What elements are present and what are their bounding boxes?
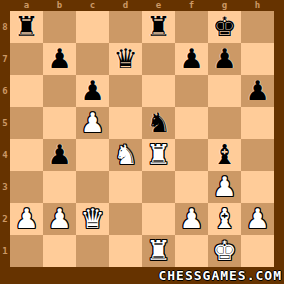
rank-label-4: 4 <box>0 139 10 171</box>
piece-white-pawn-h2[interactable]: ♟ <box>245 205 269 232</box>
file-label-f: f <box>175 0 208 11</box>
square-d2[interactable] <box>109 203 142 235</box>
square-b6[interactable] <box>43 75 76 107</box>
square-a5[interactable] <box>10 107 43 139</box>
square-e5[interactable]: ♞ <box>142 107 175 139</box>
square-h2[interactable]: ♟ <box>241 203 274 235</box>
piece-white-rook-e4[interactable]: ♜ <box>146 141 170 168</box>
file-label-c: c <box>76 0 109 11</box>
rank-label-3: 3 <box>0 171 10 203</box>
piece-black-king-g8[interactable]: ♚ <box>212 13 236 40</box>
file-label-h: h <box>241 0 274 11</box>
chess-board: ♜♜♚♟♛♟♟♟♟♟♞♟♞♜♝♟♟♟♛♟♝♟♜♚ <box>10 11 274 267</box>
square-d3[interactable] <box>109 171 142 203</box>
square-f5[interactable] <box>175 107 208 139</box>
piece-white-pawn-g3[interactable]: ♟ <box>212 173 236 200</box>
piece-black-pawn-b4[interactable]: ♟ <box>47 141 71 168</box>
square-f6[interactable] <box>175 75 208 107</box>
square-f1[interactable] <box>175 235 208 267</box>
square-e6[interactable] <box>142 75 175 107</box>
piece-white-queen-c2[interactable]: ♛ <box>80 205 104 232</box>
square-b5[interactable] <box>43 107 76 139</box>
piece-black-pawn-h6[interactable]: ♟ <box>245 77 269 104</box>
square-e7[interactable] <box>142 43 175 75</box>
square-c6[interactable]: ♟ <box>76 75 109 107</box>
file-label-e: e <box>142 0 175 11</box>
piece-black-knight-e5[interactable]: ♞ <box>146 109 170 136</box>
square-b3[interactable] <box>43 171 76 203</box>
square-h7[interactable] <box>241 43 274 75</box>
rank-label-2: 2 <box>0 203 10 235</box>
file-label-d: d <box>109 0 142 11</box>
rank-label-6: 6 <box>0 75 10 107</box>
square-h5[interactable] <box>241 107 274 139</box>
square-a1[interactable] <box>10 235 43 267</box>
piece-white-knight-d4[interactable]: ♞ <box>113 141 137 168</box>
square-d5[interactable] <box>109 107 142 139</box>
square-d1[interactable] <box>109 235 142 267</box>
square-h3[interactable] <box>241 171 274 203</box>
square-g8[interactable]: ♚ <box>208 11 241 43</box>
square-g5[interactable] <box>208 107 241 139</box>
chess-diagram: ♜♜♚♟♛♟♟♟♟♟♞♟♞♜♝♟♟♟♛♟♝♟♜♚ CHESSGAMES.COM … <box>0 0 284 284</box>
piece-white-rook-e1[interactable]: ♜ <box>146 237 170 264</box>
square-b8[interactable] <box>43 11 76 43</box>
file-label-g: g <box>208 0 241 11</box>
piece-black-pawn-f7[interactable]: ♟ <box>179 45 203 72</box>
square-b4[interactable]: ♟ <box>43 139 76 171</box>
square-a7[interactable] <box>10 43 43 75</box>
piece-black-bishop-g4[interactable]: ♝ <box>212 141 236 168</box>
rank-label-7: 7 <box>0 43 10 75</box>
square-g6[interactable] <box>208 75 241 107</box>
file-label-a: a <box>10 0 43 11</box>
piece-white-pawn-c5[interactable]: ♟ <box>80 109 104 136</box>
square-f4[interactable] <box>175 139 208 171</box>
piece-black-rook-a8[interactable]: ♜ <box>14 13 38 40</box>
square-c1[interactable] <box>76 235 109 267</box>
square-g3[interactable]: ♟ <box>208 171 241 203</box>
piece-black-pawn-b7[interactable]: ♟ <box>47 45 71 72</box>
square-a4[interactable] <box>10 139 43 171</box>
square-c3[interactable] <box>76 171 109 203</box>
square-a3[interactable] <box>10 171 43 203</box>
rank-label-1: 1 <box>0 235 10 267</box>
square-f8[interactable] <box>175 11 208 43</box>
square-c5[interactable]: ♟ <box>76 107 109 139</box>
square-c7[interactable] <box>76 43 109 75</box>
piece-white-pawn-b2[interactable]: ♟ <box>47 205 71 232</box>
rank-label-5: 5 <box>0 107 10 139</box>
piece-white-king-g1[interactable]: ♚ <box>212 237 236 264</box>
square-h6[interactable]: ♟ <box>241 75 274 107</box>
square-e1[interactable]: ♜ <box>142 235 175 267</box>
square-f7[interactable]: ♟ <box>175 43 208 75</box>
square-d4[interactable]: ♞ <box>109 139 142 171</box>
square-h1[interactable] <box>241 235 274 267</box>
piece-black-pawn-c6[interactable]: ♟ <box>80 77 104 104</box>
piece-black-rook-e8[interactable]: ♜ <box>146 13 170 40</box>
square-g1[interactable]: ♚ <box>208 235 241 267</box>
square-a6[interactable] <box>10 75 43 107</box>
square-e2[interactable] <box>142 203 175 235</box>
square-e4[interactable]: ♜ <box>142 139 175 171</box>
piece-white-pawn-f2[interactable]: ♟ <box>179 205 203 232</box>
square-h8[interactable] <box>241 11 274 43</box>
piece-black-pawn-g7[interactable]: ♟ <box>212 45 236 72</box>
rank-label-8: 8 <box>0 11 10 43</box>
square-g2[interactable]: ♝ <box>208 203 241 235</box>
square-b7[interactable]: ♟ <box>43 43 76 75</box>
square-b1[interactable] <box>43 235 76 267</box>
square-c8[interactable] <box>76 11 109 43</box>
square-f2[interactable]: ♟ <box>175 203 208 235</box>
square-f3[interactable] <box>175 171 208 203</box>
square-e3[interactable] <box>142 171 175 203</box>
square-c4[interactable] <box>76 139 109 171</box>
piece-white-bishop-g2[interactable]: ♝ <box>212 205 236 232</box>
chessgames-watermark: CHESSGAMES.COM <box>158 268 282 283</box>
square-a2[interactable]: ♟ <box>10 203 43 235</box>
file-label-b: b <box>43 0 76 11</box>
square-g4[interactable]: ♝ <box>208 139 241 171</box>
square-b2[interactable]: ♟ <box>43 203 76 235</box>
square-e8[interactable]: ♜ <box>142 11 175 43</box>
square-a8[interactable]: ♜ <box>10 11 43 43</box>
square-c2[interactable]: ♛ <box>76 203 109 235</box>
square-h4[interactable] <box>241 139 274 171</box>
piece-white-pawn-a2[interactable]: ♟ <box>14 205 38 232</box>
piece-black-queen-d7[interactable]: ♛ <box>113 45 137 72</box>
square-d8[interactable] <box>109 11 142 43</box>
square-d7[interactable]: ♛ <box>109 43 142 75</box>
square-d6[interactable] <box>109 75 142 107</box>
square-g7[interactable]: ♟ <box>208 43 241 75</box>
